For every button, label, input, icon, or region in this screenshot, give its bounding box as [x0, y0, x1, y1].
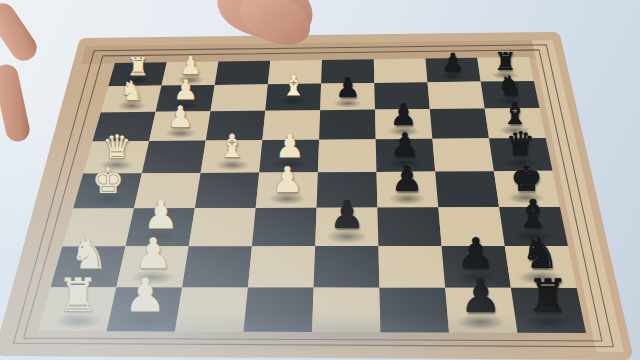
square-g3[interactable] — [182, 246, 252, 287]
square-d2[interactable] — [142, 141, 206, 174]
piece-black-pawn-f5[interactable]: ♟ — [330, 196, 365, 235]
square-d5[interactable] — [318, 139, 377, 172]
piece-black-pawn-b5[interactable]: ♟ — [336, 74, 360, 101]
piece-black-rook-h8[interactable]: ♜ — [527, 273, 568, 319]
piece-white-knight-b1[interactable]: ♞ — [120, 77, 144, 104]
square-d7[interactable] — [432, 138, 494, 171]
piece-black-pawn-h7[interactable]: ♟ — [460, 273, 501, 319]
square-f4[interactable] — [252, 208, 317, 247]
piece-black-pawn-a7[interactable]: ♟ — [441, 50, 463, 75]
square-b7[interactable] — [428, 82, 485, 109]
piece-white-bishop-d3[interactable]: ♝ — [217, 130, 246, 162]
piece-black-pawn-e6[interactable]: ♟ — [391, 161, 423, 196]
piece-white-rook-h1[interactable]: ♜ — [57, 272, 98, 318]
piece-black-pawn-d6[interactable]: ♟ — [390, 129, 419, 161]
square-g6[interactable] — [378, 246, 445, 288]
square-c5[interactable] — [319, 110, 376, 140]
square-a6[interactable] — [374, 59, 428, 83]
square-e7[interactable] — [435, 171, 499, 207]
piece-white-king-e1[interactable]: ♚ — [92, 162, 124, 197]
piece-white-bishop-b4[interactable]: ♝ — [282, 72, 306, 99]
square-g5[interactable] — [314, 246, 380, 288]
square-f6[interactable] — [377, 207, 441, 246]
piece-white-pawn-e4[interactable]: ♟ — [272, 161, 304, 196]
square-f3[interactable] — [189, 208, 256, 246]
square-e3[interactable] — [195, 173, 259, 209]
piece-white-pawn-c2[interactable]: ♟ — [167, 102, 194, 132]
square-a3[interactable] — [215, 61, 271, 85]
piece-black-queen-d8[interactable]: ♛ — [506, 128, 535, 160]
piece-white-pawn-h2[interactable]: ♟ — [124, 272, 165, 318]
photo-scene: { "game": "chess", "scene": { "descripti… — [0, 0, 640, 360]
square-c7[interactable] — [430, 109, 489, 139]
square-g4[interactable] — [248, 246, 315, 288]
square-b3[interactable] — [211, 84, 268, 111]
